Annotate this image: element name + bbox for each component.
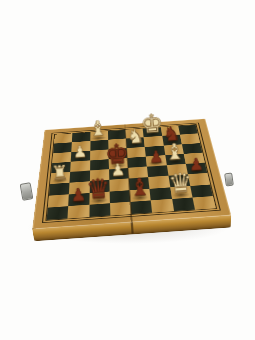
piece-white-pawn[interactable]: ♟: [72, 144, 87, 160]
piece-white-queen[interactable]: ♛: [167, 170, 193, 197]
square-e2[interactable]: ♝: [129, 189, 150, 202]
square-f1[interactable]: [150, 199, 173, 213]
piece-white-bishop[interactable]: ♝: [164, 142, 185, 164]
piece-white-bishop[interactable]: ♝: [88, 119, 108, 140]
square-g5[interactable]: ♝: [164, 154, 185, 165]
piece-black-queen[interactable]: ♛: [85, 176, 111, 203]
square-b1[interactable]: [67, 205, 88, 219]
square-d1[interactable]: [109, 202, 130, 216]
piece-white-pawn[interactable]: ♟: [110, 162, 126, 178]
square-a1[interactable]: [46, 206, 68, 220]
perspective-container: ♝♚♞♞♟♚♟♝♜♟♟♟♛♝♛: [33, 73, 223, 263]
square-d4[interactable]: ♟: [108, 168, 128, 180]
piece-black-bishop[interactable]: ♝: [128, 176, 151, 200]
square-e1[interactable]: [130, 200, 152, 214]
square-h1[interactable]: [192, 196, 216, 210]
piece-black-pawn[interactable]: ♟: [148, 149, 163, 165]
square-b5[interactable]: [70, 160, 89, 172]
clasp-icon-right: [224, 173, 234, 187]
chess-board: ♝♚♞♞♟♚♟♝♜♟♟♟♛♝♛: [32, 119, 231, 229]
chess-set-photo: ♝♚♞♞♟♚♟♝♜♟♟♟♛♝♛: [0, 0, 255, 340]
clasp-icon-left: [20, 182, 34, 201]
square-f2[interactable]: [149, 187, 171, 200]
square-g1[interactable]: [171, 197, 194, 211]
square-g2[interactable]: ♛: [169, 186, 191, 199]
piece-white-rook[interactable]: ♜: [50, 163, 69, 183]
square-c1[interactable]: [88, 203, 109, 217]
square-f5[interactable]: ♟: [146, 155, 166, 167]
board-3d-wrap: ♝♚♞♞♟♚♟♝♜♟♟♟♛♝♛: [33, 73, 223, 263]
fold-seam-front-icon: [130, 222, 133, 234]
board-frame: ♝♚♞♞♟♚♟♝♜♟♟♟♛♝♛: [32, 119, 231, 229]
piece-black-pawn[interactable]: ♟: [70, 187, 86, 204]
